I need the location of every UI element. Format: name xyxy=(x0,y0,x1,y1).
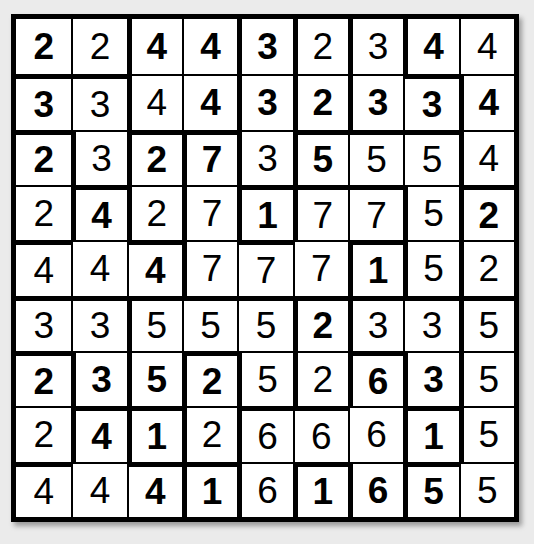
cell-r4c4: 7 xyxy=(182,185,237,240)
cell-r4c6: 7 xyxy=(293,185,348,240)
cell-r3c3: 2 xyxy=(127,130,182,185)
cell-r7c1: 2 xyxy=(16,351,71,406)
cell-r7c3: 5 xyxy=(127,351,182,406)
cell-r1c8: 4 xyxy=(403,19,458,74)
cell-r2c9: 4 xyxy=(459,74,514,129)
cell-r1c9: 4 xyxy=(459,19,514,74)
cell-r9c7: 6 xyxy=(348,462,403,517)
cell-r2c6: 2 xyxy=(293,74,348,129)
cell-r6c4: 5 xyxy=(182,296,237,351)
cell-r6c9: 5 xyxy=(459,296,514,351)
cell-r5c6: 7 xyxy=(293,240,348,295)
cell-r1c6: 2 xyxy=(293,19,348,74)
cell-r3c7: 5 xyxy=(348,130,403,185)
cell-r9c5: 6 xyxy=(237,462,292,517)
cell-r9c8: 5 xyxy=(403,462,458,517)
cell-r1c5: 3 xyxy=(237,19,292,74)
cell-r3c2: 3 xyxy=(71,130,126,185)
cell-r8c9: 5 xyxy=(459,406,514,461)
cell-r2c5: 3 xyxy=(237,74,292,129)
cell-r5c4: 7 xyxy=(182,240,237,295)
cell-r8c2: 4 xyxy=(71,406,126,461)
cell-r1c1: 2 xyxy=(16,19,71,74)
cell-r8c3: 1 xyxy=(127,406,182,461)
cell-r8c4: 2 xyxy=(182,406,237,461)
cell-r7c8: 3 xyxy=(403,351,458,406)
cell-r1c4: 4 xyxy=(182,19,237,74)
cell-r5c3: 4 xyxy=(127,240,182,295)
cell-r2c1: 3 xyxy=(16,74,71,129)
cell-r2c2: 3 xyxy=(71,74,126,129)
cell-r4c7: 7 xyxy=(348,185,403,240)
cell-r9c9: 5 xyxy=(459,462,514,517)
cell-r9c6: 1 xyxy=(293,462,348,517)
cell-r5c9: 2 xyxy=(459,240,514,295)
cell-r5c1: 4 xyxy=(16,240,71,295)
cell-r9c1: 4 xyxy=(16,462,71,517)
cell-r6c8: 3 xyxy=(403,296,458,351)
cell-r8c6: 6 xyxy=(293,406,348,461)
cell-r8c8: 1 xyxy=(403,406,458,461)
cell-r4c1: 2 xyxy=(16,185,71,240)
cell-r8c7: 6 xyxy=(348,406,403,461)
cell-r1c7: 3 xyxy=(348,19,403,74)
cell-r4c8: 5 xyxy=(403,185,458,240)
cell-r9c2: 4 xyxy=(71,462,126,517)
cell-r3c4: 7 xyxy=(182,130,237,185)
cell-r3c9: 4 xyxy=(459,130,514,185)
cell-r7c9: 5 xyxy=(459,351,514,406)
cell-r5c2: 4 xyxy=(71,240,126,295)
cell-r5c8: 5 xyxy=(403,240,458,295)
cell-r6c1: 3 xyxy=(16,296,71,351)
cell-r8c5: 6 xyxy=(237,406,292,461)
cell-r6c2: 3 xyxy=(71,296,126,351)
cell-r4c2: 4 xyxy=(71,185,126,240)
cell-r7c6: 2 xyxy=(293,351,348,406)
cell-r6c7: 3 xyxy=(348,296,403,351)
cell-r1c3: 4 xyxy=(127,19,182,74)
cell-r5c5: 7 xyxy=(237,240,292,295)
cell-r7c7: 6 xyxy=(348,351,403,406)
cell-r2c7: 3 xyxy=(348,74,403,129)
cell-r3c1: 2 xyxy=(16,130,71,185)
cell-r7c2: 3 xyxy=(71,351,126,406)
cell-r4c3: 2 xyxy=(127,185,182,240)
cell-r3c6: 5 xyxy=(293,130,348,185)
cell-r9c3: 4 xyxy=(127,462,182,517)
cell-r6c5: 5 xyxy=(237,296,292,351)
cell-r4c5: 1 xyxy=(237,185,292,240)
cell-r3c5: 3 xyxy=(237,130,292,185)
cell-r2c4: 4 xyxy=(182,74,237,129)
cell-r1c2: 2 xyxy=(71,19,126,74)
cell-r6c3: 5 xyxy=(127,296,182,351)
cell-r5c7: 1 xyxy=(348,240,403,295)
cell-r9c4: 1 xyxy=(182,462,237,517)
cell-r6c6: 2 xyxy=(293,296,348,351)
cell-r2c8: 3 xyxy=(403,74,458,129)
cell-r7c5: 5 xyxy=(237,351,292,406)
cell-r7c4: 2 xyxy=(182,351,237,406)
cell-r4c9: 2 xyxy=(459,185,514,240)
cell-r8c1: 2 xyxy=(16,406,71,461)
cell-r2c3: 4 xyxy=(127,74,182,129)
fillomino-board: 2244323443344323342327355542427177524447… xyxy=(11,14,519,522)
page-background: { "game": "fillomino", "board": { "rows"… xyxy=(0,0,534,544)
cell-r3c8: 5 xyxy=(403,130,458,185)
